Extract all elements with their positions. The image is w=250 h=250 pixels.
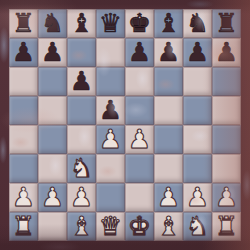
black-pawn[interactable]: ♟ xyxy=(157,39,180,65)
square-g4[interactable] xyxy=(183,125,212,154)
white-knight[interactable]: ♞ xyxy=(70,155,93,181)
square-g8[interactable]: ♞ xyxy=(183,9,212,38)
square-f3[interactable] xyxy=(154,154,183,183)
square-d2[interactable] xyxy=(96,183,125,212)
square-e6[interactable] xyxy=(125,67,154,96)
square-d1[interactable]: ♛ xyxy=(96,212,125,241)
square-f8[interactable]: ♝ xyxy=(154,9,183,38)
square-b8[interactable]: ♞ xyxy=(38,9,67,38)
square-b3[interactable] xyxy=(38,154,67,183)
square-b4[interactable] xyxy=(38,125,67,154)
square-b2[interactable]: ♟ xyxy=(38,183,67,212)
square-b1[interactable] xyxy=(38,212,67,241)
square-c5[interactable] xyxy=(67,96,96,125)
square-d6[interactable] xyxy=(96,67,125,96)
square-e3[interactable] xyxy=(125,154,154,183)
black-rook[interactable]: ♜ xyxy=(215,10,238,36)
black-king[interactable]: ♚ xyxy=(128,10,151,36)
square-c4[interactable] xyxy=(67,125,96,154)
square-d3[interactable] xyxy=(96,154,125,183)
square-f1[interactable]: ♝ xyxy=(154,212,183,241)
square-a5[interactable] xyxy=(9,96,38,125)
square-a3[interactable] xyxy=(9,154,38,183)
square-a2[interactable]: ♟ xyxy=(9,183,38,212)
chessboard-screenshot: ♜♞♝♛♚♝♞♜♟♟♟♟♟♟♟♟♟♟♞♟♟♟♟♟♟♜♝♛♚♝♞♜ xyxy=(0,0,250,250)
square-e4[interactable]: ♟ xyxy=(125,125,154,154)
white-pawn[interactable]: ♟ xyxy=(12,184,35,210)
black-pawn[interactable]: ♟ xyxy=(215,39,238,65)
white-pawn[interactable]: ♟ xyxy=(186,184,209,210)
black-pawn[interactable]: ♟ xyxy=(128,39,151,65)
black-knight[interactable]: ♞ xyxy=(186,10,209,36)
square-c3[interactable]: ♞ xyxy=(67,154,96,183)
black-rook[interactable]: ♜ xyxy=(12,10,35,36)
white-pawn[interactable]: ♟ xyxy=(99,126,122,152)
square-c6[interactable]: ♟ xyxy=(67,67,96,96)
square-h2[interactable]: ♟ xyxy=(212,183,241,212)
square-c2[interactable]: ♟ xyxy=(67,183,96,212)
white-knight[interactable]: ♞ xyxy=(186,213,209,239)
square-d4[interactable]: ♟ xyxy=(96,125,125,154)
black-pawn[interactable]: ♟ xyxy=(70,68,93,94)
square-g7[interactable]: ♟ xyxy=(183,38,212,67)
square-g1[interactable]: ♞ xyxy=(183,212,212,241)
square-a1[interactable]: ♜ xyxy=(9,212,38,241)
square-h8[interactable]: ♜ xyxy=(212,9,241,38)
black-knight[interactable]: ♞ xyxy=(41,10,64,36)
square-f7[interactable]: ♟ xyxy=(154,38,183,67)
square-a6[interactable] xyxy=(9,67,38,96)
square-h6[interactable] xyxy=(212,67,241,96)
white-pawn[interactable]: ♟ xyxy=(128,126,151,152)
square-f6[interactable] xyxy=(154,67,183,96)
square-h3[interactable] xyxy=(212,154,241,183)
white-pawn[interactable]: ♟ xyxy=(157,184,180,210)
square-g2[interactable]: ♟ xyxy=(183,183,212,212)
square-a4[interactable] xyxy=(9,125,38,154)
square-e2[interactable] xyxy=(125,183,154,212)
square-h1[interactable]: ♜ xyxy=(212,212,241,241)
chess-board: ♜♞♝♛♚♝♞♜♟♟♟♟♟♟♟♟♟♟♞♟♟♟♟♟♟♜♝♛♚♝♞♜ xyxy=(9,9,241,241)
square-c1[interactable]: ♝ xyxy=(67,212,96,241)
square-c7[interactable] xyxy=(67,38,96,67)
square-e8[interactable]: ♚ xyxy=(125,9,154,38)
black-queen[interactable]: ♛ xyxy=(99,10,122,36)
white-bishop[interactable]: ♝ xyxy=(157,213,180,239)
square-d8[interactable]: ♛ xyxy=(96,9,125,38)
square-h4[interactable] xyxy=(212,125,241,154)
square-g5[interactable] xyxy=(183,96,212,125)
white-queen[interactable]: ♛ xyxy=(99,213,122,239)
white-king[interactable]: ♚ xyxy=(128,213,151,239)
square-c8[interactable]: ♝ xyxy=(67,9,96,38)
black-pawn[interactable]: ♟ xyxy=(99,97,122,123)
square-e5[interactable] xyxy=(125,96,154,125)
square-f5[interactable] xyxy=(154,96,183,125)
white-pawn[interactable]: ♟ xyxy=(70,184,93,210)
square-g6[interactable] xyxy=(183,67,212,96)
square-f4[interactable] xyxy=(154,125,183,154)
square-f2[interactable]: ♟ xyxy=(154,183,183,212)
white-rook[interactable]: ♜ xyxy=(12,213,35,239)
black-pawn[interactable]: ♟ xyxy=(186,39,209,65)
square-d5[interactable]: ♟ xyxy=(96,96,125,125)
black-pawn[interactable]: ♟ xyxy=(41,39,64,65)
white-pawn[interactable]: ♟ xyxy=(215,184,238,210)
square-e1[interactable]: ♚ xyxy=(125,212,154,241)
white-pawn[interactable]: ♟ xyxy=(41,184,64,210)
white-bishop[interactable]: ♝ xyxy=(70,213,93,239)
black-bishop[interactable]: ♝ xyxy=(70,10,93,36)
square-a7[interactable]: ♟ xyxy=(9,38,38,67)
square-a8[interactable]: ♜ xyxy=(9,9,38,38)
black-pawn[interactable]: ♟ xyxy=(12,39,35,65)
square-e7[interactable]: ♟ xyxy=(125,38,154,67)
square-d7[interactable] xyxy=(96,38,125,67)
black-bishop[interactable]: ♝ xyxy=(157,10,180,36)
square-b5[interactable] xyxy=(38,96,67,125)
square-b6[interactable] xyxy=(38,67,67,96)
square-g3[interactable] xyxy=(183,154,212,183)
square-h7[interactable]: ♟ xyxy=(212,38,241,67)
square-b7[interactable]: ♟ xyxy=(38,38,67,67)
square-h5[interactable] xyxy=(212,96,241,125)
white-rook[interactable]: ♜ xyxy=(215,213,238,239)
